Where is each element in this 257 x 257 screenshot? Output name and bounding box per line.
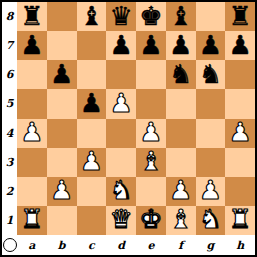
square-d6[interactable] (106, 60, 136, 89)
white-bishop-f1[interactable]: ♝ (169, 206, 192, 232)
square-h1[interactable]: ♜ (225, 206, 255, 235)
black-pawn-a7[interactable]: ♟ (20, 32, 43, 58)
white-knight-g1[interactable]: ♞ (199, 206, 222, 232)
square-g6[interactable]: ♞ (196, 60, 226, 89)
square-b8[interactable] (47, 2, 77, 31)
square-e1[interactable]: ♚ (136, 206, 166, 235)
white-pawn-d5[interactable]: ♟ (109, 90, 132, 116)
chess-diagram: 8♜♝♛♚♝♜7♟♟♟♟♟♟6♟♞♞5♟♟4♟♟♟3♟♝2♟♞♟♟1♜♛♚♝♞♜… (0, 0, 257, 257)
square-a2[interactable] (17, 177, 47, 206)
square-h3[interactable] (225, 148, 255, 177)
rank-label-6: 6 (2, 60, 17, 89)
square-e6[interactable] (136, 60, 166, 89)
square-d5[interactable]: ♟ (106, 89, 136, 118)
black-knight-f6[interactable]: ♞ (169, 61, 192, 87)
square-b7[interactable] (47, 31, 77, 60)
square-d2[interactable]: ♞ (106, 177, 136, 206)
square-c2[interactable] (77, 177, 107, 206)
square-d1[interactable]: ♛ (106, 206, 136, 235)
square-c5[interactable]: ♟ (77, 89, 107, 118)
square-g4[interactable] (196, 119, 226, 148)
black-pawn-g7[interactable]: ♟ (199, 32, 222, 58)
square-d7[interactable]: ♟ (106, 31, 136, 60)
square-d8[interactable]: ♛ (106, 2, 136, 31)
black-pawn-b6[interactable]: ♟ (50, 61, 73, 87)
square-g1[interactable]: ♞ (196, 206, 226, 235)
square-h6[interactable] (225, 60, 255, 89)
square-f8[interactable]: ♝ (166, 2, 196, 31)
square-e4[interactable]: ♟ (136, 119, 166, 148)
square-a4[interactable]: ♟ (17, 119, 47, 148)
square-b2[interactable]: ♟ (47, 177, 77, 206)
rank-label-2: 2 (2, 177, 17, 206)
black-pawn-f7[interactable]: ♟ (169, 32, 192, 58)
square-c8[interactable]: ♝ (77, 2, 107, 31)
square-a6[interactable] (17, 60, 47, 89)
white-king-e1[interactable]: ♚ (139, 206, 162, 232)
file-label-h: h (225, 235, 255, 255)
square-f3[interactable] (166, 148, 196, 177)
white-queen-d1[interactable]: ♛ (109, 206, 132, 232)
white-pawn-f2[interactable]: ♟ (169, 177, 192, 203)
square-c3[interactable]: ♟ (77, 148, 107, 177)
square-a5[interactable] (17, 89, 47, 118)
square-g5[interactable] (196, 89, 226, 118)
black-pawn-c5[interactable]: ♟ (80, 90, 103, 116)
black-pawn-d7[interactable]: ♟ (109, 32, 132, 58)
white-to-move-indicator (3, 238, 17, 252)
rank-label-1: 1 (2, 206, 17, 235)
square-d3[interactable] (106, 148, 136, 177)
rank-label-3: 3 (2, 148, 17, 177)
black-bishop-f8[interactable]: ♝ (169, 3, 192, 29)
white-rook-a1[interactable]: ♜ (20, 206, 43, 232)
square-a3[interactable] (17, 148, 47, 177)
square-c7[interactable] (77, 31, 107, 60)
file-label-e: e (136, 235, 166, 255)
white-bishop-e3[interactable]: ♝ (139, 148, 162, 174)
square-e5[interactable] (136, 89, 166, 118)
square-f7[interactable]: ♟ (166, 31, 196, 60)
black-queen-d8[interactable]: ♛ (109, 3, 132, 29)
square-h7[interactable]: ♟ (225, 31, 255, 60)
white-rook-h1[interactable]: ♜ (228, 206, 251, 232)
turn-indicator-cell (2, 235, 17, 255)
rank-label-8: 8 (2, 2, 17, 31)
chess-board: 8♜♝♛♚♝♜7♟♟♟♟♟♟6♟♞♞5♟♟4♟♟♟3♟♝2♟♞♟♟1♜♛♚♝♞♜… (2, 2, 255, 255)
square-c4[interactable] (77, 119, 107, 148)
square-b3[interactable] (47, 148, 77, 177)
square-e3[interactable]: ♝ (136, 148, 166, 177)
white-pawn-a4[interactable]: ♟ (20, 119, 43, 145)
square-b1[interactable] (47, 206, 77, 235)
square-g7[interactable]: ♟ (196, 31, 226, 60)
file-label-d: d (106, 235, 136, 255)
square-g2[interactable]: ♟ (196, 177, 226, 206)
file-label-f: f (166, 235, 196, 255)
square-c6[interactable] (77, 60, 107, 89)
white-pawn-h4[interactable]: ♟ (228, 119, 251, 145)
square-a8[interactable]: ♜ (17, 2, 47, 31)
black-bishop-c8[interactable]: ♝ (80, 3, 103, 29)
white-pawn-e4[interactable]: ♟ (139, 119, 162, 145)
square-b4[interactable] (47, 119, 77, 148)
white-pawn-g2[interactable]: ♟ (199, 177, 222, 203)
black-pawn-h7[interactable]: ♟ (228, 32, 251, 58)
square-f1[interactable]: ♝ (166, 206, 196, 235)
black-rook-h8[interactable]: ♜ (228, 3, 251, 29)
square-g8[interactable] (196, 2, 226, 31)
square-f2[interactable]: ♟ (166, 177, 196, 206)
square-e8[interactable]: ♚ (136, 2, 166, 31)
black-pawn-e7[interactable]: ♟ (139, 32, 162, 58)
square-f4[interactable] (166, 119, 196, 148)
white-pawn-c3[interactable]: ♟ (80, 148, 103, 174)
white-pawn-b2[interactable]: ♟ (50, 177, 73, 203)
square-h2[interactable] (225, 177, 255, 206)
white-knight-d2[interactable]: ♞ (109, 177, 132, 203)
square-f5[interactable] (166, 89, 196, 118)
square-d4[interactable] (106, 119, 136, 148)
square-e2[interactable] (136, 177, 166, 206)
rank-label-5: 5 (2, 89, 17, 118)
rank-label-7: 7 (2, 31, 17, 60)
square-g3[interactable] (196, 148, 226, 177)
square-h4[interactable]: ♟ (225, 119, 255, 148)
square-h5[interactable] (225, 89, 255, 118)
black-king-e8[interactable]: ♚ (139, 3, 162, 29)
black-knight-g6[interactable]: ♞ (199, 61, 222, 87)
square-e7[interactable]: ♟ (136, 31, 166, 60)
square-h8[interactable]: ♜ (225, 2, 255, 31)
file-label-c: c (77, 235, 107, 255)
file-label-b: b (47, 235, 77, 255)
file-label-a: a (17, 235, 47, 255)
square-a1[interactable]: ♜ (17, 206, 47, 235)
square-f6[interactable]: ♞ (166, 60, 196, 89)
square-b5[interactable] (47, 89, 77, 118)
file-label-g: g (196, 235, 226, 255)
square-b6[interactable]: ♟ (47, 60, 77, 89)
square-c1[interactable] (77, 206, 107, 235)
rank-label-4: 4 (2, 119, 17, 148)
square-a7[interactable]: ♟ (17, 31, 47, 60)
black-rook-a8[interactable]: ♜ (20, 3, 43, 29)
